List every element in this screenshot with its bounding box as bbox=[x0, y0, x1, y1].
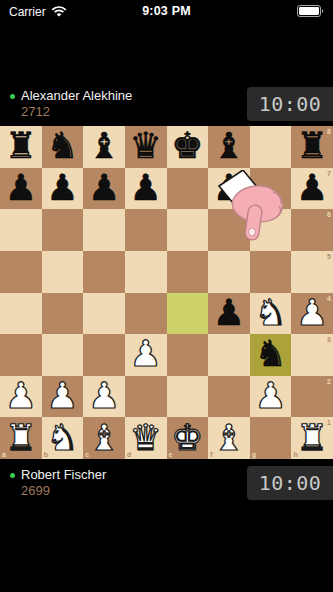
square-f8[interactable]: ♝ bbox=[208, 126, 250, 168]
piece-black-pawn[interactable]: ♟ bbox=[296, 167, 328, 208]
square-b4[interactable] bbox=[42, 293, 84, 335]
square-f3[interactable] bbox=[208, 334, 250, 376]
piece-white-pawn[interactable]: ♟ bbox=[296, 292, 328, 333]
piece-white-queen[interactable]: ♛ bbox=[130, 417, 162, 458]
square-b2[interactable]: ♟ bbox=[42, 376, 84, 418]
piece-white-king[interactable]: ♚ bbox=[171, 417, 203, 458]
piece-black-bishop[interactable]: ♝ bbox=[88, 125, 120, 166]
piece-white-pawn[interactable]: ♟ bbox=[130, 333, 162, 374]
rank-label-5: 5 bbox=[327, 253, 331, 260]
player-name-bottom: Robert Fischer bbox=[21, 467, 106, 483]
piece-black-queen[interactable]: ♛ bbox=[130, 125, 162, 166]
square-d1[interactable]: d♛ bbox=[125, 417, 167, 459]
square-f2[interactable] bbox=[208, 376, 250, 418]
rank-label-2: 2 bbox=[327, 378, 331, 385]
square-g8[interactable] bbox=[250, 126, 292, 168]
carrier-label: Carrier bbox=[9, 5, 46, 19]
square-g2[interactable]: ♟ bbox=[250, 376, 292, 418]
square-f1[interactable]: f♝ bbox=[208, 417, 250, 459]
square-e3[interactable] bbox=[167, 334, 209, 376]
square-c8[interactable]: ♝ bbox=[83, 126, 125, 168]
square-e8[interactable]: ♚ bbox=[167, 126, 209, 168]
square-d6[interactable] bbox=[125, 209, 167, 251]
square-g4[interactable]: ♞ bbox=[250, 293, 292, 335]
square-c2[interactable]: ♟ bbox=[83, 376, 125, 418]
clock-bottom: 10:00 bbox=[247, 466, 333, 500]
square-a7[interactable]: ♟ bbox=[0, 168, 42, 210]
square-g1[interactable]: g bbox=[250, 417, 292, 459]
online-status-dot bbox=[10, 473, 15, 478]
piece-white-rook[interactable]: ♜ bbox=[296, 417, 328, 458]
square-g5[interactable] bbox=[250, 251, 292, 293]
piece-white-pawn[interactable]: ♟ bbox=[5, 375, 37, 416]
wifi-icon bbox=[51, 6, 67, 21]
square-a2[interactable]: ♟ bbox=[0, 376, 42, 418]
square-a5[interactable] bbox=[0, 251, 42, 293]
online-status-dot bbox=[10, 94, 15, 99]
piece-white-pawn[interactable]: ♟ bbox=[46, 375, 78, 416]
piece-black-pawn[interactable]: ♟ bbox=[88, 167, 120, 208]
square-c4[interactable] bbox=[83, 293, 125, 335]
status-bar: Carrier 9:03 PM bbox=[0, 0, 333, 24]
square-g7[interactable] bbox=[250, 168, 292, 210]
piece-black-rook[interactable]: ♜ bbox=[5, 125, 37, 166]
square-b1[interactable]: b♞ bbox=[42, 417, 84, 459]
square-f6[interactable] bbox=[208, 209, 250, 251]
square-e6[interactable] bbox=[167, 209, 209, 251]
square-e7[interactable] bbox=[167, 168, 209, 210]
piece-black-knight[interactable]: ♞ bbox=[254, 333, 286, 374]
square-a6[interactable] bbox=[0, 209, 42, 251]
square-h5[interactable]: 5 bbox=[291, 251, 333, 293]
square-c6[interactable] bbox=[83, 209, 125, 251]
square-h6[interactable]: 6 bbox=[291, 209, 333, 251]
square-h4[interactable]: 4♟ bbox=[291, 293, 333, 335]
square-c3[interactable] bbox=[83, 334, 125, 376]
square-d5[interactable] bbox=[125, 251, 167, 293]
piece-black-rook[interactable]: ♜ bbox=[296, 125, 328, 166]
piece-black-pawn[interactable]: ♟ bbox=[130, 167, 162, 208]
square-d4[interactable] bbox=[125, 293, 167, 335]
square-d7[interactable]: ♟ bbox=[125, 168, 167, 210]
square-g3[interactable]: ♞ bbox=[250, 334, 292, 376]
square-a3[interactable] bbox=[0, 334, 42, 376]
piece-white-knight[interactable]: ♞ bbox=[254, 292, 286, 333]
rank-label-3: 3 bbox=[327, 336, 331, 343]
piece-black-pawn[interactable]: ♟ bbox=[46, 167, 78, 208]
square-e5[interactable] bbox=[167, 251, 209, 293]
square-d8[interactable]: ♛ bbox=[125, 126, 167, 168]
piece-black-pawn[interactable]: ♟ bbox=[5, 167, 37, 208]
square-c7[interactable]: ♟ bbox=[83, 168, 125, 210]
square-f4[interactable]: ♟ bbox=[208, 293, 250, 335]
file-label-g: g bbox=[252, 451, 256, 458]
square-a4[interactable] bbox=[0, 293, 42, 335]
square-h1[interactable]: 1h♜ bbox=[291, 417, 333, 459]
square-b3[interactable] bbox=[42, 334, 84, 376]
piece-white-pawn[interactable]: ♟ bbox=[254, 375, 286, 416]
square-h3[interactable]: 3 bbox=[291, 334, 333, 376]
square-f7[interactable]: ♟ bbox=[208, 168, 250, 210]
player-panel-bottom: Robert Fischer 2699 10:00 bbox=[0, 466, 333, 500]
rank-label-6: 6 bbox=[327, 211, 331, 218]
square-d2[interactable] bbox=[125, 376, 167, 418]
piece-black-king[interactable]: ♚ bbox=[171, 125, 203, 166]
piece-white-pawn[interactable]: ♟ bbox=[88, 375, 120, 416]
square-h2[interactable]: 2 bbox=[291, 376, 333, 418]
piece-white-knight[interactable]: ♞ bbox=[46, 417, 78, 458]
piece-white-rook[interactable]: ♜ bbox=[5, 417, 37, 458]
square-b8[interactable]: ♞ bbox=[42, 126, 84, 168]
square-g6[interactable] bbox=[250, 209, 292, 251]
square-e1[interactable]: e♚ bbox=[167, 417, 209, 459]
piece-black-pawn[interactable]: ♟ bbox=[213, 167, 245, 208]
square-b6[interactable] bbox=[42, 209, 84, 251]
square-h8[interactable]: 8♜ bbox=[291, 126, 333, 168]
square-b5[interactable] bbox=[42, 251, 84, 293]
piece-black-pawn[interactable]: ♟ bbox=[213, 292, 245, 333]
clock-top: 10:00 bbox=[247, 87, 333, 121]
status-time: 9:03 PM bbox=[142, 4, 191, 18]
square-h7[interactable]: 7♟ bbox=[291, 168, 333, 210]
player-panel-top: Alexander Alekhine 2712 10:00 bbox=[0, 87, 333, 121]
piece-black-knight[interactable]: ♞ bbox=[46, 125, 78, 166]
square-a1[interactable]: a♜ bbox=[0, 417, 42, 459]
square-c1[interactable]: c♝ bbox=[83, 417, 125, 459]
square-b7[interactable]: ♟ bbox=[42, 168, 84, 210]
piece-white-bishop[interactable]: ♝ bbox=[213, 417, 245, 458]
square-f5[interactable] bbox=[208, 251, 250, 293]
square-d3[interactable]: ♟ bbox=[125, 334, 167, 376]
piece-white-bishop[interactable]: ♝ bbox=[88, 417, 120, 458]
app-screen: Carrier 9:03 PM Alexander Alekhine 2712 bbox=[0, 0, 333, 592]
player-name-top: Alexander Alekhine bbox=[21, 88, 132, 104]
piece-black-bishop[interactable]: ♝ bbox=[213, 125, 245, 166]
battery-icon bbox=[297, 5, 324, 20]
square-c5[interactable] bbox=[83, 251, 125, 293]
chess-board: ♜♞♝♛♚♝8♜♟♟♟♟♟7♟65♟♞4♟♟♞3♟♟♟♟2a♜b♞c♝d♛e♚f… bbox=[0, 126, 333, 459]
square-e2[interactable] bbox=[167, 376, 209, 418]
square-e4[interactable] bbox=[167, 293, 209, 335]
square-a8[interactable]: ♜ bbox=[0, 126, 42, 168]
